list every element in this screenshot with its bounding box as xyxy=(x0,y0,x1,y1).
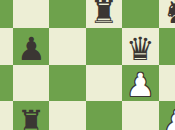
square[interactable] xyxy=(122,0,158,28)
square[interactable] xyxy=(49,65,85,102)
square[interactable] xyxy=(159,28,175,65)
square[interactable]: ♟ xyxy=(159,101,175,130)
board-viewport: ♜♞♟♛♟♜♟ xyxy=(0,0,175,130)
square[interactable] xyxy=(49,0,85,28)
square[interactable] xyxy=(0,0,13,28)
square[interactable]: ♟ xyxy=(122,65,158,102)
square[interactable] xyxy=(13,65,49,102)
square[interactable] xyxy=(0,101,13,130)
piece-black-rook[interactable]: ♜ xyxy=(86,0,122,30)
piece-black-queen[interactable]: ♛ xyxy=(122,30,158,67)
square[interactable]: ♛ xyxy=(122,28,158,65)
square[interactable] xyxy=(13,0,49,28)
square[interactable] xyxy=(0,28,13,65)
piece-white-pawn[interactable]: ♟ xyxy=(122,66,158,103)
square[interactable] xyxy=(122,101,158,130)
square[interactable] xyxy=(0,65,13,102)
square[interactable] xyxy=(49,101,85,130)
square[interactable]: ♜ xyxy=(13,101,49,130)
chess-board: ♜♞♟♛♟♜♟ xyxy=(0,0,175,130)
square[interactable] xyxy=(86,65,122,102)
square[interactable] xyxy=(86,101,122,130)
square[interactable] xyxy=(49,28,85,65)
piece-black-knight[interactable]: ♞ xyxy=(159,0,175,30)
square[interactable] xyxy=(86,28,122,65)
square[interactable] xyxy=(159,65,175,102)
square[interactable]: ♞ xyxy=(159,0,175,28)
square[interactable]: ♜ xyxy=(86,0,122,28)
piece-black-pawn[interactable]: ♟ xyxy=(13,30,49,67)
square[interactable]: ♟ xyxy=(13,28,49,65)
piece-black-rook[interactable]: ♜ xyxy=(13,103,49,130)
piece-white-pawn[interactable]: ♟ xyxy=(159,103,175,130)
